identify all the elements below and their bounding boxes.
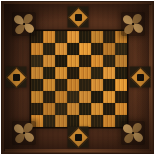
board-square[interactable] <box>55 103 67 115</box>
diamond-inlay-left <box>6 67 27 88</box>
diamond-inlay-bottom <box>68 127 89 148</box>
board-square[interactable] <box>79 43 91 55</box>
diamond-inlay-center <box>13 74 20 81</box>
board-square[interactable] <box>91 31 103 43</box>
board-square[interactable] <box>103 79 115 91</box>
board-square[interactable] <box>31 79 43 91</box>
pinwheel-icon <box>120 120 146 146</box>
diamond-inlay-center <box>75 134 82 141</box>
board-square[interactable] <box>43 55 55 67</box>
pinwheel-icon <box>11 11 37 37</box>
diamond-inlay-center <box>75 14 82 21</box>
board-square[interactable] <box>79 79 91 91</box>
pinwheel-inlay-bottom-right <box>120 120 146 146</box>
board-square[interactable] <box>115 79 127 91</box>
game-board <box>1 1 154 154</box>
pinwheel-icon <box>120 11 146 37</box>
board-square[interactable] <box>43 115 55 127</box>
pinwheel-hub <box>23 132 25 134</box>
board-square[interactable] <box>115 55 127 67</box>
pinwheel-hub <box>23 23 25 25</box>
board-square[interactable] <box>67 79 79 91</box>
board-square[interactable] <box>115 67 127 79</box>
pinwheel-inlay-top-left <box>11 11 37 37</box>
board-square[interactable] <box>67 43 79 55</box>
board-square[interactable] <box>43 43 55 55</box>
board-square[interactable] <box>31 55 43 67</box>
board-square[interactable] <box>79 103 91 115</box>
board-square[interactable] <box>43 67 55 79</box>
board-square[interactable] <box>67 55 79 67</box>
board-square[interactable] <box>91 55 103 67</box>
board-square[interactable] <box>103 55 115 67</box>
board-square[interactable] <box>91 91 103 103</box>
board-square[interactable] <box>67 67 79 79</box>
board-square[interactable] <box>31 103 43 115</box>
board-square[interactable] <box>55 91 67 103</box>
board-square[interactable] <box>79 31 91 43</box>
board-square[interactable] <box>55 79 67 91</box>
board-square[interactable] <box>115 91 127 103</box>
board-square[interactable] <box>79 67 91 79</box>
board-square[interactable] <box>67 31 79 43</box>
board-square[interactable] <box>103 43 115 55</box>
board-square[interactable] <box>55 43 67 55</box>
board-square[interactable] <box>115 43 127 55</box>
board-square[interactable] <box>43 91 55 103</box>
board-square[interactable] <box>55 67 67 79</box>
diamond-inlay-center <box>137 74 144 81</box>
board-square[interactable] <box>103 115 115 127</box>
board-square[interactable] <box>67 103 79 115</box>
pinwheel-inlay-top-right <box>120 11 146 37</box>
pinwheel-hub <box>132 132 134 134</box>
board-square[interactable] <box>55 31 67 43</box>
board-square[interactable] <box>91 43 103 55</box>
board-square[interactable] <box>43 31 55 43</box>
photo-background <box>0 0 155 155</box>
pinwheel-hub <box>132 23 134 25</box>
board-square[interactable] <box>67 115 79 127</box>
board-square[interactable] <box>43 103 55 115</box>
board-square[interactable] <box>55 55 67 67</box>
board-square[interactable] <box>91 115 103 127</box>
board-square[interactable] <box>67 91 79 103</box>
board-square[interactable] <box>79 55 91 67</box>
board-square[interactable] <box>91 67 103 79</box>
board-square[interactable] <box>103 67 115 79</box>
board-square[interactable] <box>31 43 43 55</box>
board-square[interactable] <box>31 91 43 103</box>
board-square[interactable] <box>115 103 127 115</box>
board-square[interactable] <box>31 67 43 79</box>
board-square[interactable] <box>91 79 103 91</box>
pinwheel-inlay-bottom-left <box>11 120 37 146</box>
diamond-inlay-right <box>130 67 151 88</box>
diamond-inlay-top <box>68 7 89 28</box>
checkerboard-grid <box>30 30 128 128</box>
board-square[interactable] <box>55 115 67 127</box>
board-square[interactable] <box>79 91 91 103</box>
pinwheel-icon <box>11 120 37 146</box>
board-square[interactable] <box>103 31 115 43</box>
board-edge-trim-bottom <box>5 149 150 152</box>
board-square[interactable] <box>103 91 115 103</box>
board-square[interactable] <box>103 103 115 115</box>
board-square[interactable] <box>43 79 55 91</box>
board-square[interactable] <box>91 103 103 115</box>
board-square[interactable] <box>79 115 91 127</box>
